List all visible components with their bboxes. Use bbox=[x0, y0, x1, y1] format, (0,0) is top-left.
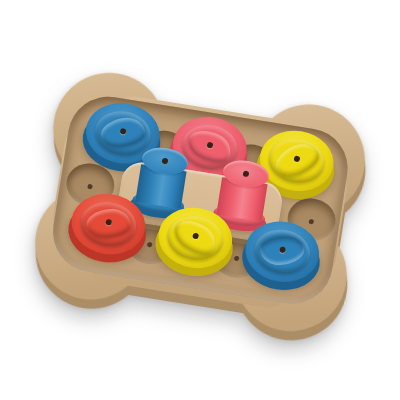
product-photo-scene bbox=[0, 0, 400, 400]
yellow-cover-disc[interactable] bbox=[151, 200, 239, 283]
well-hole bbox=[147, 241, 153, 247]
blue-cover-disc[interactable] bbox=[237, 214, 325, 297]
well-hole bbox=[234, 255, 240, 261]
red-cover-disc[interactable] bbox=[64, 186, 152, 269]
dog-puzzle-board bbox=[18, 58, 381, 347]
